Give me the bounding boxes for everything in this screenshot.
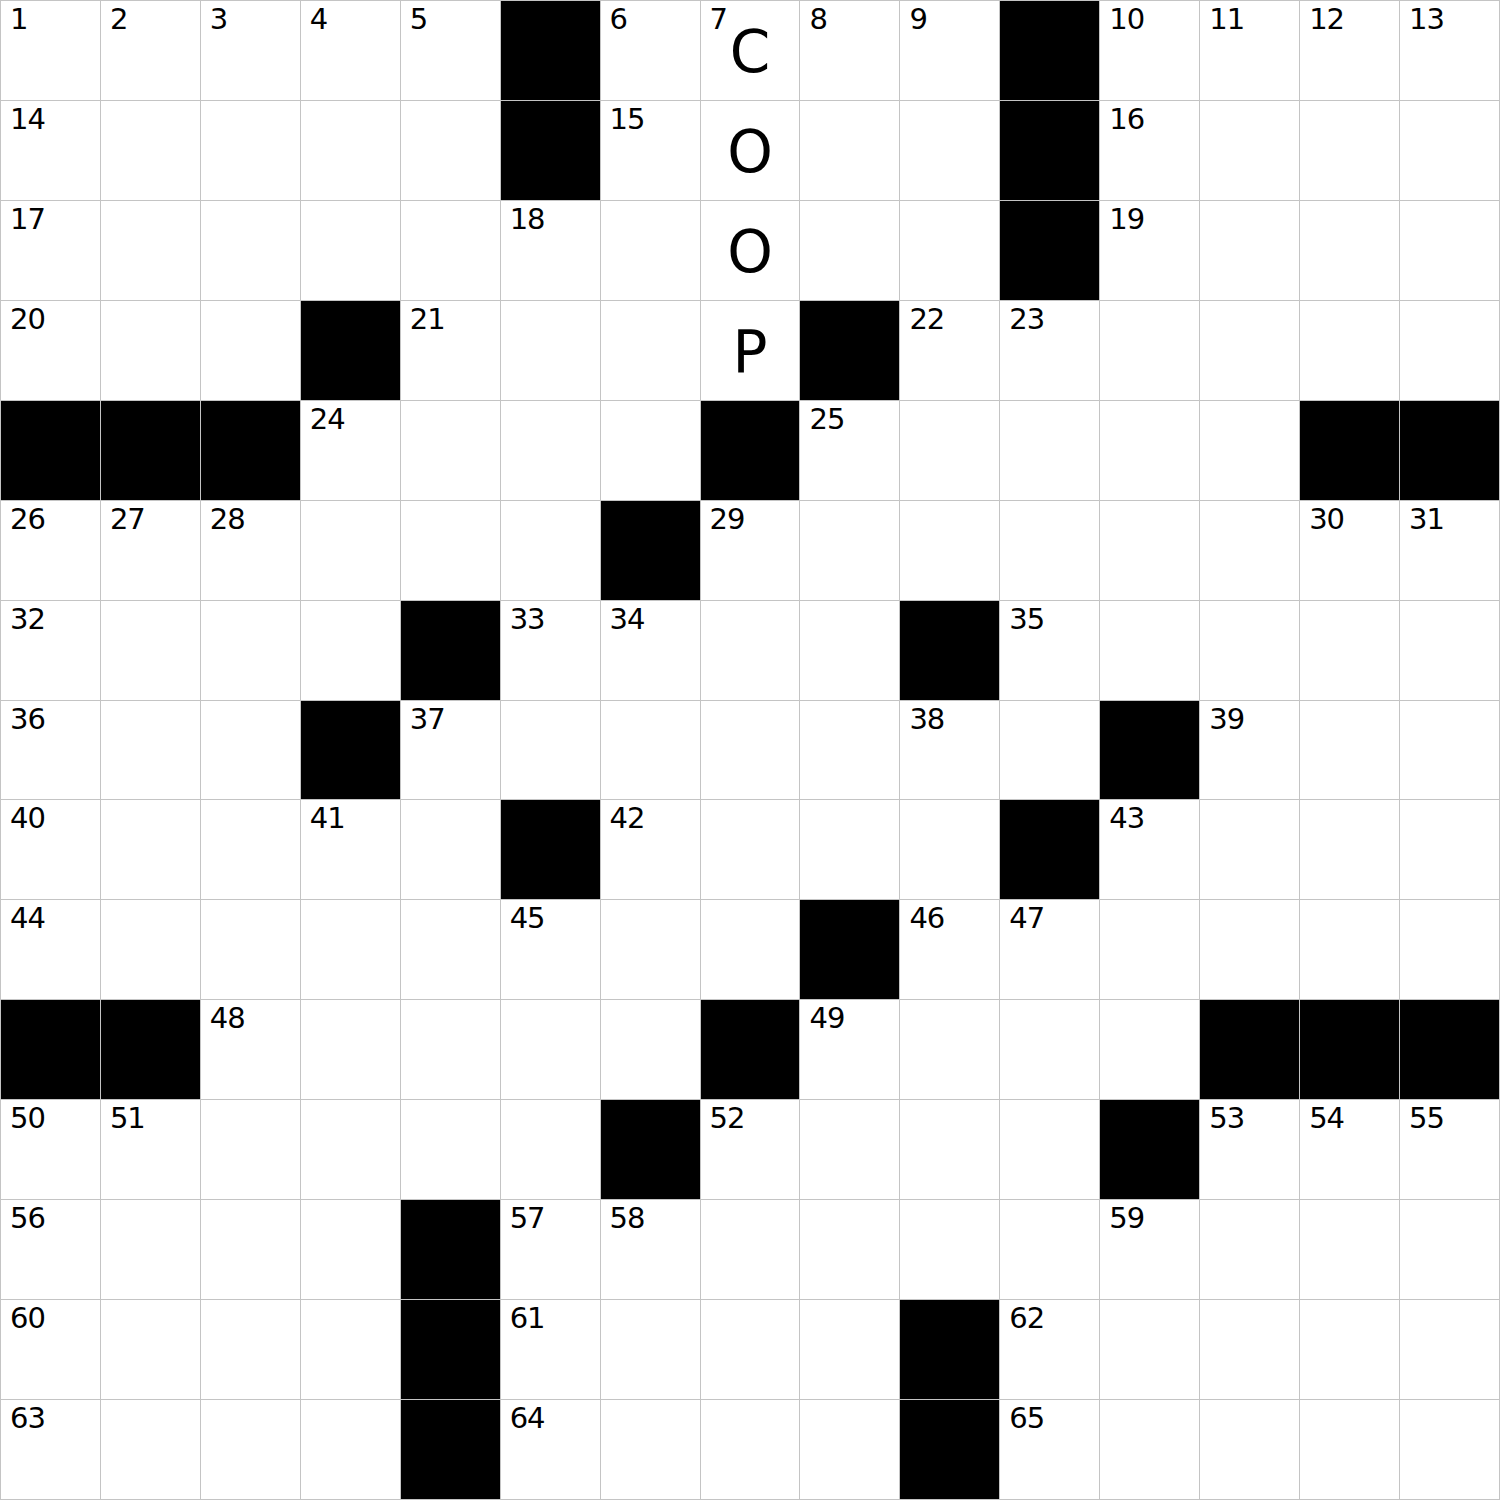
cell-r12c2[interactable]: 51 bbox=[101, 1100, 201, 1200]
cell-r8c12 bbox=[1100, 701, 1200, 801]
cell-r12c9[interactable] bbox=[800, 1100, 900, 1200]
clue-number: 9 bbox=[909, 4, 926, 36]
cell-r4c4 bbox=[301, 301, 401, 401]
clue-number: 21 bbox=[410, 304, 445, 336]
clue-number: 35 bbox=[1009, 604, 1044, 636]
cell-r9c14[interactable] bbox=[1300, 800, 1400, 900]
cell-r5c13[interactable] bbox=[1200, 401, 1300, 501]
clue-number: 22 bbox=[909, 304, 944, 336]
clue-number: 6 bbox=[610, 4, 627, 36]
cell-r3c2[interactable] bbox=[101, 201, 201, 301]
cell-r12c15[interactable]: 55 bbox=[1400, 1100, 1500, 1200]
cell-r13c1[interactable]: 56 bbox=[1, 1200, 101, 1300]
clue-number: 27 bbox=[110, 504, 145, 536]
clue-number: 43 bbox=[1109, 803, 1144, 835]
cell-r15c13[interactable] bbox=[1200, 1400, 1300, 1500]
cell-r14c15[interactable] bbox=[1400, 1300, 1500, 1400]
cell-r9c7[interactable]: 42 bbox=[601, 800, 701, 900]
clue-number: 46 bbox=[909, 903, 944, 935]
cell-r2c5[interactable] bbox=[401, 101, 501, 201]
cell-r6c13[interactable] bbox=[1200, 501, 1300, 601]
cell-r6c2[interactable]: 27 bbox=[101, 501, 201, 601]
cell-r8c11[interactable] bbox=[1000, 701, 1100, 801]
cell-r13c8[interactable] bbox=[701, 1200, 801, 1300]
cell-r1c12[interactable]: 10 bbox=[1100, 1, 1200, 101]
cell-r2c9[interactable] bbox=[800, 101, 900, 201]
cell-r13c6[interactable]: 57 bbox=[501, 1200, 601, 1300]
cell-r2c14[interactable] bbox=[1300, 101, 1400, 201]
clue-number: 51 bbox=[110, 1103, 145, 1135]
clue-number: 57 bbox=[510, 1203, 545, 1235]
cell-r9c2[interactable] bbox=[101, 800, 201, 900]
cell-r7c1[interactable]: 32 bbox=[1, 601, 101, 701]
cell-r5c1 bbox=[1, 401, 101, 501]
cell-r12c10[interactable] bbox=[900, 1100, 1000, 1200]
cell-r5c7[interactable] bbox=[601, 401, 701, 501]
cell-r4c10[interactable]: 22 bbox=[900, 301, 1000, 401]
cell-r5c12[interactable] bbox=[1100, 401, 1200, 501]
clue-number: 8 bbox=[809, 4, 826, 36]
cell-r5c10[interactable] bbox=[900, 401, 1000, 501]
cell-r9c6 bbox=[501, 800, 601, 900]
cell-r1c6 bbox=[501, 1, 601, 101]
cell-r4c5[interactable]: 21 bbox=[401, 301, 501, 401]
cell-r13c9[interactable] bbox=[800, 1200, 900, 1300]
cell-r10c13[interactable] bbox=[1200, 900, 1300, 1000]
cell-r2c4[interactable] bbox=[301, 101, 401, 201]
cell-r7c3[interactable] bbox=[201, 601, 301, 701]
cell-r13c10[interactable] bbox=[900, 1200, 1000, 1300]
cell-r14c10 bbox=[900, 1300, 1000, 1400]
cell-r11c1 bbox=[1, 1000, 101, 1100]
cell-r9c15[interactable] bbox=[1400, 800, 1500, 900]
cell-r15c15[interactable] bbox=[1400, 1400, 1500, 1500]
cell-r4c6[interactable] bbox=[501, 301, 601, 401]
cell-r15c7[interactable] bbox=[601, 1400, 701, 1500]
clue-number: 42 bbox=[610, 803, 645, 835]
cell-r14c6[interactable]: 61 bbox=[501, 1300, 601, 1400]
clue-number: 29 bbox=[710, 504, 745, 536]
cell-r1c14[interactable]: 12 bbox=[1300, 1, 1400, 101]
cell-r9c4[interactable]: 41 bbox=[301, 800, 401, 900]
cell-r6c9[interactable] bbox=[800, 501, 900, 601]
cell-letter: C bbox=[730, 19, 771, 81]
clue-number: 64 bbox=[510, 1403, 545, 1435]
cell-r5c9[interactable]: 25 bbox=[800, 401, 900, 501]
cell-r6c4[interactable] bbox=[301, 501, 401, 601]
cell-r5c14 bbox=[1300, 401, 1400, 501]
cell-r6c5[interactable] bbox=[401, 501, 501, 601]
cell-r11c5[interactable] bbox=[401, 1000, 501, 1100]
clue-number: 26 bbox=[10, 504, 45, 536]
clue-number: 20 bbox=[10, 304, 45, 336]
cell-r2c11 bbox=[1000, 101, 1100, 201]
cell-r7c9[interactable] bbox=[800, 601, 900, 701]
cell-r14c12[interactable] bbox=[1100, 1300, 1200, 1400]
clue-number: 36 bbox=[10, 704, 45, 736]
cell-r15c3[interactable] bbox=[201, 1400, 301, 1500]
cell-r7c8[interactable] bbox=[701, 601, 801, 701]
cell-r10c10[interactable]: 46 bbox=[900, 900, 1000, 1000]
cell-r6c8[interactable]: 29 bbox=[701, 501, 801, 601]
clue-number: 54 bbox=[1309, 1103, 1344, 1135]
cell-r12c6[interactable] bbox=[501, 1100, 601, 1200]
cell-r2c10[interactable] bbox=[900, 101, 1000, 201]
cell-r4c1[interactable]: 20 bbox=[1, 301, 101, 401]
cell-r12c4[interactable] bbox=[301, 1100, 401, 1200]
clue-number: 23 bbox=[1009, 304, 1044, 336]
clue-number: 5 bbox=[410, 4, 427, 36]
cell-r1c2[interactable]: 2 bbox=[101, 1, 201, 101]
cell-r15c11[interactable]: 65 bbox=[1000, 1400, 1100, 1500]
clue-number: 14 bbox=[10, 104, 45, 136]
clue-number: 10 bbox=[1109, 4, 1144, 36]
cell-r12c1[interactable]: 50 bbox=[1, 1100, 101, 1200]
cell-r10c1[interactable]: 44 bbox=[1, 900, 101, 1000]
cell-r5c3 bbox=[201, 401, 301, 501]
cell-r6c12[interactable] bbox=[1100, 501, 1200, 601]
cell-r9c10[interactable] bbox=[900, 800, 1000, 900]
cell-r11c10[interactable] bbox=[900, 1000, 1000, 1100]
clue-number: 40 bbox=[10, 803, 45, 835]
cell-r11c7[interactable] bbox=[601, 1000, 701, 1100]
clue-number: 61 bbox=[510, 1303, 545, 1335]
cell-r6c10[interactable] bbox=[900, 501, 1000, 601]
cell-r11c9[interactable]: 49 bbox=[800, 1000, 900, 1100]
cell-r10c2[interactable] bbox=[101, 900, 201, 1000]
cell-r7c11[interactable]: 35 bbox=[1000, 601, 1100, 701]
cell-r7c13[interactable] bbox=[1200, 601, 1300, 701]
cell-r8c5[interactable]: 37 bbox=[401, 701, 501, 801]
cell-r12c8[interactable]: 52 bbox=[701, 1100, 801, 1200]
cell-r13c5 bbox=[401, 1200, 501, 1300]
cell-r3c3[interactable] bbox=[201, 201, 301, 301]
cell-r11c14 bbox=[1300, 1000, 1400, 1100]
cell-letter: O bbox=[727, 219, 773, 281]
cell-r2c13[interactable] bbox=[1200, 101, 1300, 201]
cell-r11c2 bbox=[101, 1000, 201, 1100]
cell-r13c4[interactable] bbox=[301, 1200, 401, 1300]
clue-number: 12 bbox=[1309, 4, 1344, 36]
cell-r10c11[interactable]: 47 bbox=[1000, 900, 1100, 1000]
cell-r7c12[interactable] bbox=[1100, 601, 1200, 701]
cell-r8c3[interactable] bbox=[201, 701, 301, 801]
cell-r15c1[interactable]: 63 bbox=[1, 1400, 101, 1500]
cell-letter: O bbox=[727, 119, 773, 181]
cell-r5c4[interactable]: 24 bbox=[301, 401, 401, 501]
cell-r4c11[interactable]: 23 bbox=[1000, 301, 1100, 401]
cell-r1c9[interactable]: 8 bbox=[800, 1, 900, 101]
cell-r7c4[interactable] bbox=[301, 601, 401, 701]
cell-r10c6[interactable]: 45 bbox=[501, 900, 601, 1000]
cell-r12c14[interactable]: 54 bbox=[1300, 1100, 1400, 1200]
cell-r3c14[interactable] bbox=[1300, 201, 1400, 301]
cell-r12c5[interactable] bbox=[401, 1100, 501, 1200]
cell-r2c3[interactable] bbox=[201, 101, 301, 201]
cell-r14c8[interactable] bbox=[701, 1300, 801, 1400]
cell-r12c3[interactable] bbox=[201, 1100, 301, 1200]
cell-r3c7[interactable] bbox=[601, 201, 701, 301]
cell-r7c6[interactable]: 33 bbox=[501, 601, 601, 701]
cell-r7c5 bbox=[401, 601, 501, 701]
cell-r1c4[interactable]: 4 bbox=[301, 1, 401, 101]
cell-r1c10[interactable]: 9 bbox=[900, 1, 1000, 101]
cell-r10c15[interactable] bbox=[1400, 900, 1500, 1000]
cell-r4c12[interactable] bbox=[1100, 301, 1200, 401]
cell-r13c7[interactable]: 58 bbox=[601, 1200, 701, 1300]
cell-r9c12[interactable]: 43 bbox=[1100, 800, 1200, 900]
clue-number: 58 bbox=[610, 1203, 645, 1235]
clue-number: 48 bbox=[210, 1003, 245, 1035]
cell-r10c14[interactable] bbox=[1300, 900, 1400, 1000]
clue-number: 63 bbox=[10, 1403, 45, 1435]
cell-r8c14[interactable] bbox=[1300, 701, 1400, 801]
cell-r15c10 bbox=[900, 1400, 1000, 1500]
cell-r2c15[interactable] bbox=[1400, 101, 1500, 201]
cell-r8c4 bbox=[301, 701, 401, 801]
clue-number: 56 bbox=[10, 1203, 45, 1235]
clue-number: 1 bbox=[10, 4, 27, 36]
cell-r6c14[interactable]: 30 bbox=[1300, 501, 1400, 601]
clue-number: 62 bbox=[1009, 1303, 1044, 1335]
cell-r11c4[interactable] bbox=[301, 1000, 401, 1100]
cell-r14c1[interactable]: 60 bbox=[1, 1300, 101, 1400]
cell-r2c12[interactable]: 16 bbox=[1100, 101, 1200, 201]
cell-r12c11[interactable] bbox=[1000, 1100, 1100, 1200]
cell-r1c11 bbox=[1000, 1, 1100, 101]
clue-number: 55 bbox=[1409, 1103, 1444, 1135]
cell-r14c4[interactable] bbox=[301, 1300, 401, 1400]
cell-r12c13[interactable]: 53 bbox=[1200, 1100, 1300, 1200]
cell-r15c2[interactable] bbox=[101, 1400, 201, 1500]
clue-number: 49 bbox=[809, 1003, 844, 1035]
cell-r4c7[interactable] bbox=[601, 301, 701, 401]
cell-r14c11[interactable]: 62 bbox=[1000, 1300, 1100, 1400]
cell-r15c5 bbox=[401, 1400, 501, 1500]
cell-r14c13[interactable] bbox=[1200, 1300, 1300, 1400]
clue-number: 11 bbox=[1209, 4, 1244, 36]
cell-r7c7[interactable]: 34 bbox=[601, 601, 701, 701]
cell-r15c8[interactable] bbox=[701, 1400, 801, 1500]
clue-number: 3 bbox=[210, 4, 227, 36]
cell-r11c3[interactable]: 48 bbox=[201, 1000, 301, 1100]
cell-r4c15[interactable] bbox=[1400, 301, 1500, 401]
cell-r15c9[interactable] bbox=[800, 1400, 900, 1500]
cell-r9c1[interactable]: 40 bbox=[1, 800, 101, 900]
cell-r7c14[interactable] bbox=[1300, 601, 1400, 701]
cell-r2c7[interactable]: 15 bbox=[601, 101, 701, 201]
cell-r6c15[interactable]: 31 bbox=[1400, 501, 1500, 601]
cell-r4c8[interactable]: P bbox=[701, 301, 801, 401]
clue-number: 28 bbox=[210, 504, 245, 536]
cell-r7c10 bbox=[900, 601, 1000, 701]
cell-r3c12[interactable]: 19 bbox=[1100, 201, 1200, 301]
cell-r5c11[interactable] bbox=[1000, 401, 1100, 501]
cell-r4c13[interactable] bbox=[1200, 301, 1300, 401]
cell-r13c14[interactable] bbox=[1300, 1200, 1400, 1300]
clue-number: 37 bbox=[410, 704, 445, 736]
cell-r1c13[interactable]: 11 bbox=[1200, 1, 1300, 101]
cell-r9c9[interactable] bbox=[800, 800, 900, 900]
cell-r8c8[interactable] bbox=[701, 701, 801, 801]
cell-r3c10[interactable] bbox=[900, 201, 1000, 301]
clue-number: 34 bbox=[610, 604, 645, 636]
cell-r10c3[interactable] bbox=[201, 900, 301, 1000]
cell-r15c6[interactable]: 64 bbox=[501, 1400, 601, 1500]
cell-r11c8 bbox=[701, 1000, 801, 1100]
cell-r3c6[interactable]: 18 bbox=[501, 201, 601, 301]
cell-r6c6[interactable] bbox=[501, 501, 601, 601]
cell-r14c3[interactable] bbox=[201, 1300, 301, 1400]
cell-r4c14[interactable] bbox=[1300, 301, 1400, 401]
clue-number: 59 bbox=[1109, 1203, 1144, 1235]
cell-r15c12[interactable] bbox=[1100, 1400, 1200, 1500]
cell-r6c11[interactable] bbox=[1000, 501, 1100, 601]
clue-number: 53 bbox=[1209, 1103, 1244, 1135]
cell-r9c3[interactable] bbox=[201, 800, 301, 900]
clue-number: 39 bbox=[1209, 704, 1244, 736]
cell-r10c7[interactable] bbox=[601, 900, 701, 1000]
cell-r13c15[interactable] bbox=[1400, 1200, 1500, 1300]
cell-r2c8[interactable]: O bbox=[701, 101, 801, 201]
cell-r3c4[interactable] bbox=[301, 201, 401, 301]
cell-r8c7[interactable] bbox=[601, 701, 701, 801]
clue-number: 31 bbox=[1409, 504, 1444, 536]
clue-number: 44 bbox=[10, 903, 45, 935]
cell-r10c5[interactable] bbox=[401, 900, 501, 1000]
cell-r10c4[interactable] bbox=[301, 900, 401, 1000]
cell-r13c13[interactable] bbox=[1200, 1200, 1300, 1300]
clue-number: 47 bbox=[1009, 903, 1044, 935]
cell-r5c8 bbox=[701, 401, 801, 501]
cell-r3c1[interactable]: 17 bbox=[1, 201, 101, 301]
cell-r11c13 bbox=[1200, 1000, 1300, 1100]
cell-r15c4[interactable] bbox=[301, 1400, 401, 1500]
clue-number: 41 bbox=[310, 803, 345, 835]
cell-r1c7[interactable]: 6 bbox=[601, 1, 701, 101]
cell-r3c5[interactable] bbox=[401, 201, 501, 301]
cell-r5c6[interactable] bbox=[501, 401, 601, 501]
cell-r1c1[interactable]: 1 bbox=[1, 1, 101, 101]
cell-r15c14[interactable] bbox=[1300, 1400, 1400, 1500]
cell-r8c2[interactable] bbox=[101, 701, 201, 801]
cell-r4c2[interactable] bbox=[101, 301, 201, 401]
clue-number: 4 bbox=[310, 4, 327, 36]
cell-r11c15 bbox=[1400, 1000, 1500, 1100]
cell-r14c7[interactable] bbox=[601, 1300, 701, 1400]
cell-r12c7 bbox=[601, 1100, 701, 1200]
cell-r3c15[interactable] bbox=[1400, 201, 1500, 301]
cell-r5c15 bbox=[1400, 401, 1500, 501]
clue-number: 45 bbox=[510, 903, 545, 935]
cell-r7c2[interactable] bbox=[101, 601, 201, 701]
clue-number: 13 bbox=[1409, 4, 1444, 36]
clue-number: 30 bbox=[1309, 504, 1344, 536]
cell-r3c9[interactable] bbox=[800, 201, 900, 301]
clue-number: 25 bbox=[809, 404, 844, 436]
cell-r9c5[interactable] bbox=[401, 800, 501, 900]
clue-number: 33 bbox=[510, 604, 545, 636]
cell-r8c10[interactable]: 38 bbox=[900, 701, 1000, 801]
clue-number: 7 bbox=[710, 4, 727, 36]
cell-r11c12[interactable] bbox=[1100, 1000, 1200, 1100]
cell-r8c1[interactable]: 36 bbox=[1, 701, 101, 801]
cell-r2c6 bbox=[501, 101, 601, 201]
clue-number: 38 bbox=[909, 704, 944, 736]
cell-r10c9 bbox=[800, 900, 900, 1000]
cell-r5c5[interactable] bbox=[401, 401, 501, 501]
cell-r3c13[interactable] bbox=[1200, 201, 1300, 301]
cell-r6c7 bbox=[601, 501, 701, 601]
cell-r9c11 bbox=[1000, 800, 1100, 900]
clue-number: 19 bbox=[1109, 204, 1144, 236]
cell-r1c8[interactable]: 7C bbox=[701, 1, 801, 101]
cell-r11c6[interactable] bbox=[501, 1000, 601, 1100]
cell-r1c5[interactable]: 5 bbox=[401, 1, 501, 101]
cell-r13c3[interactable] bbox=[201, 1200, 301, 1300]
crossword-grid: 1234567C89101112131415O161718O192021P222… bbox=[0, 0, 1500, 1500]
cell-r7c15[interactable] bbox=[1400, 601, 1500, 701]
cell-r8c13[interactable]: 39 bbox=[1200, 701, 1300, 801]
cell-r14c14[interactable] bbox=[1300, 1300, 1400, 1400]
cell-r5c2 bbox=[101, 401, 201, 501]
cell-r2c2[interactable] bbox=[101, 101, 201, 201]
cell-r6c3[interactable]: 28 bbox=[201, 501, 301, 601]
cell-r14c5 bbox=[401, 1300, 501, 1400]
cell-r3c8[interactable]: O bbox=[701, 201, 801, 301]
clue-number: 32 bbox=[10, 604, 45, 636]
clue-number: 52 bbox=[710, 1103, 745, 1135]
cell-r8c9[interactable] bbox=[800, 701, 900, 801]
clue-number: 60 bbox=[10, 1303, 45, 1335]
cell-r1c3[interactable]: 3 bbox=[201, 1, 301, 101]
cell-r13c12[interactable]: 59 bbox=[1100, 1200, 1200, 1300]
cell-r9c8[interactable] bbox=[701, 800, 801, 900]
clue-number: 17 bbox=[10, 204, 45, 236]
cell-r10c8[interactable] bbox=[701, 900, 801, 1000]
cell-r13c2[interactable] bbox=[101, 1200, 201, 1300]
cell-r4c9 bbox=[800, 301, 900, 401]
cell-r13c11[interactable] bbox=[1000, 1200, 1100, 1300]
clue-number: 50 bbox=[10, 1103, 45, 1135]
cell-r4c3[interactable] bbox=[201, 301, 301, 401]
cell-r2c1[interactable]: 14 bbox=[1, 101, 101, 201]
cell-r8c15[interactable] bbox=[1400, 701, 1500, 801]
cell-letter: P bbox=[733, 319, 768, 381]
clue-number: 2 bbox=[110, 4, 127, 36]
clue-number: 24 bbox=[310, 404, 345, 436]
cell-r14c9[interactable] bbox=[800, 1300, 900, 1400]
clue-number: 65 bbox=[1009, 1403, 1044, 1435]
cell-r3c11 bbox=[1000, 201, 1100, 301]
clue-number: 18 bbox=[510, 204, 545, 236]
cell-r12c12 bbox=[1100, 1100, 1200, 1200]
cell-r14c2[interactable] bbox=[101, 1300, 201, 1400]
clue-number: 16 bbox=[1109, 104, 1144, 136]
cell-r8c6[interactable] bbox=[501, 701, 601, 801]
cell-r11c11[interactable] bbox=[1000, 1000, 1100, 1100]
cell-r10c12[interactable] bbox=[1100, 900, 1200, 1000]
cell-r1c15[interactable]: 13 bbox=[1400, 1, 1500, 101]
cell-r6c1[interactable]: 26 bbox=[1, 501, 101, 601]
clue-number: 15 bbox=[610, 104, 645, 136]
cell-r9c13[interactable] bbox=[1200, 800, 1300, 900]
